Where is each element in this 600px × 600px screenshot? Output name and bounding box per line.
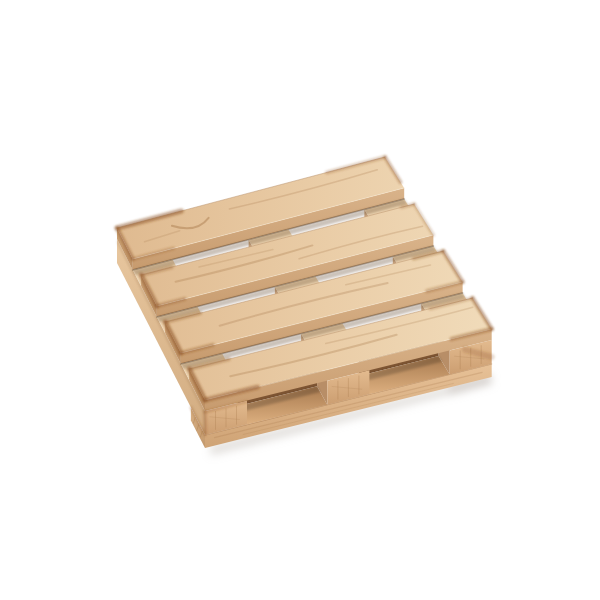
- product-photo: [0, 0, 600, 600]
- wooden-pallet-illustration: [0, 0, 600, 600]
